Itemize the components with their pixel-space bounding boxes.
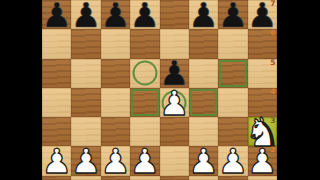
piece-white-pawn[interactable]: ♟ <box>218 146 247 175</box>
piece-black-pawn[interactable]: ♟ <box>42 0 71 29</box>
square-h2[interactable]: ♟2 <box>248 146 277 175</box>
square-h5[interactable]: 5 <box>248 59 277 88</box>
square-d2[interactable]: ♟ <box>130 146 159 175</box>
piece-white-pawn[interactable]: ♟ <box>71 146 100 175</box>
square-b2[interactable]: ♟ <box>71 146 100 175</box>
square-f2[interactable]: ♟ <box>189 146 218 175</box>
square-d7[interactable]: ♟ <box>130 0 159 29</box>
piece-white-pawn[interactable]: ♟ <box>42 146 71 175</box>
square-g5[interactable] <box>218 59 247 88</box>
square-a5[interactable] <box>42 59 71 88</box>
square-e2[interactable] <box>160 146 189 175</box>
square-c5[interactable] <box>101 59 130 88</box>
square-c4[interactable] <box>101 88 130 117</box>
piece-white-pawn[interactable]: ♟ <box>160 88 189 117</box>
square-g2[interactable]: ♟ <box>218 146 247 175</box>
square-a4[interactable] <box>42 88 71 117</box>
hint-circle <box>132 61 157 86</box>
video-frame: ♟♟♟♟♟♟♟76♟5♟4♞3♟♟♟♟♟♟♟2 <box>0 0 320 180</box>
piece-black-pawn[interactable]: ♟ <box>130 0 159 29</box>
square-f5[interactable] <box>189 59 218 88</box>
piece-black-pawn[interactable]: ♟ <box>101 0 130 29</box>
square-d4[interactable] <box>130 88 159 117</box>
square-b7[interactable]: ♟ <box>71 0 100 29</box>
piece-white-pawn[interactable]: ♟ <box>130 146 159 175</box>
square-b5[interactable] <box>71 59 100 88</box>
square-f4[interactable] <box>189 88 218 117</box>
rank-label-2: 2 <box>270 146 275 155</box>
rank-label-3: 3 <box>270 117 275 126</box>
square-b4[interactable] <box>71 88 100 117</box>
rank-label-7: 7 <box>270 0 275 9</box>
chess-board[interactable]: ♟♟♟♟♟♟♟76♟5♟4♞3♟♟♟♟♟♟♟2 <box>42 0 277 180</box>
piece-black-pawn[interactable]: ♟ <box>218 0 247 29</box>
square-a2[interactable]: ♟ <box>42 146 71 175</box>
square-e4[interactable]: ♟ <box>160 88 189 117</box>
square-e7[interactable] <box>160 0 189 29</box>
square-c7[interactable]: ♟ <box>101 0 130 29</box>
letterbox-right <box>277 0 320 180</box>
square-g4[interactable] <box>218 88 247 117</box>
rank-label-4: 4 <box>270 88 275 97</box>
square-d5[interactable] <box>130 59 159 88</box>
rank-label-5: 5 <box>270 59 275 68</box>
rank-label-6: 6 <box>270 29 275 38</box>
hint-square <box>219 60 246 87</box>
square-f7[interactable]: ♟ <box>189 0 218 29</box>
letterbox-left <box>0 0 42 180</box>
piece-white-pawn[interactable]: ♟ <box>101 146 130 175</box>
square-a7[interactable]: ♟ <box>42 0 71 29</box>
square-e1 <box>160 176 189 180</box>
square-g7[interactable]: ♟ <box>218 0 247 29</box>
hint-square <box>131 89 158 116</box>
square-h7[interactable]: ♟7 <box>248 0 277 29</box>
piece-black-pawn[interactable]: ♟ <box>71 0 100 29</box>
square-c2[interactable]: ♟ <box>101 146 130 175</box>
hint-square <box>190 89 217 116</box>
piece-white-pawn[interactable]: ♟ <box>189 146 218 175</box>
piece-black-pawn[interactable]: ♟ <box>189 0 218 29</box>
